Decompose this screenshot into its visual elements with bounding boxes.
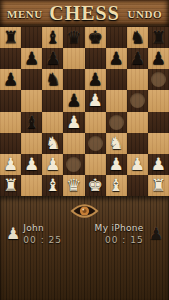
- white-knight-c3: ♞: [42, 133, 63, 154]
- square-b6[interactable]: [21, 69, 42, 90]
- player-white-name: John: [23, 223, 62, 233]
- black-bishop-c8: ♝: [42, 27, 63, 48]
- square-d1[interactable]: ♛: [63, 175, 84, 196]
- black-pawn-f7: ♟: [106, 48, 127, 69]
- square-g2[interactable]: ♟: [127, 154, 148, 175]
- black-pawn-b7: ♟: [21, 48, 42, 69]
- white-pawn-f2: ♟: [106, 154, 127, 175]
- white-bishop-f1: ♝: [106, 175, 127, 196]
- square-h8[interactable]: ♜: [148, 27, 169, 48]
- square-f8[interactable]: [106, 27, 127, 48]
- square-c6[interactable]: ♞: [42, 69, 63, 90]
- black-king-e8: ♚: [85, 27, 106, 48]
- square-e1[interactable]: ♚: [85, 175, 106, 196]
- black-pawn-d5: ♟: [63, 90, 84, 111]
- move-hint-dot[interactable]: [109, 115, 124, 130]
- black-pawn-a6: ♟: [0, 69, 21, 90]
- white-rook-a1: ♜: [0, 175, 21, 196]
- top-bar: MENU CHESS UNDO: [0, 0, 169, 27]
- square-d3[interactable]: [63, 133, 84, 154]
- square-a5[interactable]: [0, 90, 21, 111]
- square-d4[interactable]: ♟: [63, 112, 84, 133]
- players-row: ♟ John 00 : 25 My iPhone 00 : 15 ♟: [0, 220, 169, 245]
- square-e4[interactable]: [85, 112, 106, 133]
- square-g8[interactable]: ♞: [127, 27, 148, 48]
- square-g6[interactable]: [127, 69, 148, 90]
- square-g1[interactable]: [127, 175, 148, 196]
- black-rook-h8: ♜: [148, 27, 169, 48]
- move-hint-dot[interactable]: [130, 93, 145, 108]
- player-white-clock: 00 : 25: [23, 235, 62, 245]
- square-b2[interactable]: ♟: [21, 154, 42, 175]
- eye-row: [0, 196, 169, 220]
- square-c3[interactable]: ♞: [42, 133, 63, 154]
- square-h7[interactable]: ♟: [148, 48, 169, 69]
- white-pawn-h2: ♟: [148, 154, 169, 175]
- menu-button[interactable]: MENU: [0, 8, 50, 20]
- square-a7[interactable]: [0, 48, 21, 69]
- square-c8[interactable]: ♝: [42, 27, 63, 48]
- square-d6[interactable]: [63, 69, 84, 90]
- square-c4[interactable]: [42, 112, 63, 133]
- square-e3[interactable]: [85, 133, 106, 154]
- square-g4[interactable]: [127, 112, 148, 133]
- black-knight-g8: ♞: [127, 27, 148, 48]
- black-pawn-icon: ♟: [149, 225, 163, 243]
- square-b5[interactable]: [21, 90, 42, 111]
- move-hint-dot[interactable]: [88, 136, 103, 151]
- square-e8[interactable]: ♚: [85, 27, 106, 48]
- undo-button[interactable]: UNDO: [121, 8, 169, 20]
- square-g5[interactable]: [127, 90, 148, 111]
- square-f3[interactable]: ♞: [106, 133, 127, 154]
- white-pawn-b2: ♟: [21, 154, 42, 175]
- square-f6[interactable]: [106, 69, 127, 90]
- move-hint-dot[interactable]: [66, 157, 81, 172]
- white-king-e1: ♚: [85, 175, 106, 196]
- square-b4[interactable]: ♝: [21, 112, 42, 133]
- white-pawn-icon: ♟: [6, 225, 20, 243]
- chess-app: MENU CHESS UNDO ♜♝♛♚♞♜♟♟♟♟♟♟♞♟♟♟♝♟♞♞♟♟♟♟…: [0, 0, 169, 300]
- square-e2[interactable]: [85, 154, 106, 175]
- black-pawn-c7: ♟: [42, 48, 63, 69]
- square-f2[interactable]: ♟: [106, 154, 127, 175]
- square-f7[interactable]: ♟: [106, 48, 127, 69]
- square-d2[interactable]: [63, 154, 84, 175]
- square-c2[interactable]: ♟: [42, 154, 63, 175]
- square-h3[interactable]: [148, 133, 169, 154]
- square-a4[interactable]: [0, 112, 21, 133]
- square-c7[interactable]: ♟: [42, 48, 63, 69]
- square-b3[interactable]: [21, 133, 42, 154]
- square-b7[interactable]: ♟: [21, 48, 42, 69]
- square-f5[interactable]: [106, 90, 127, 111]
- black-pawn-e6: ♟: [85, 69, 106, 90]
- square-b1[interactable]: [21, 175, 42, 196]
- square-f4[interactable]: [106, 112, 127, 133]
- black-pawn-g7: ♟: [127, 48, 148, 69]
- square-h4[interactable]: [148, 112, 169, 133]
- black-bishop-b4: ♝: [21, 112, 42, 133]
- square-d5[interactable]: ♟: [63, 90, 84, 111]
- square-e7[interactable]: [85, 48, 106, 69]
- white-pawn-d4: ♟: [63, 112, 84, 133]
- white-queen-d1: ♛: [63, 175, 84, 196]
- eye-button[interactable]: [70, 202, 99, 220]
- white-knight-f3: ♞: [106, 133, 127, 154]
- square-h2[interactable]: ♟: [148, 154, 169, 175]
- square-a2[interactable]: ♟: [0, 154, 21, 175]
- square-g7[interactable]: ♟: [127, 48, 148, 69]
- square-h6[interactable]: [148, 69, 169, 90]
- white-rook-h1: ♜: [148, 175, 169, 196]
- bottom-panel: ♟ John 00 : 25 My iPhone 00 : 15 ♟: [0, 196, 169, 300]
- square-a3[interactable]: [0, 133, 21, 154]
- player-black-clock: 00 : 15: [105, 235, 144, 245]
- square-g3[interactable]: [127, 133, 148, 154]
- black-queen-d8: ♛: [63, 27, 84, 48]
- chess-board[interactable]: ♜♝♛♚♞♜♟♟♟♟♟♟♞♟♟♟♝♟♞♞♟♟♟♟♟♟♜♝♛♚♝♜: [0, 27, 169, 196]
- square-c5[interactable]: [42, 90, 63, 111]
- white-pawn-a2: ♟: [0, 154, 21, 175]
- player-black: My iPhone 00 : 15 ♟: [95, 223, 163, 245]
- black-rook-a8: ♜: [0, 27, 21, 48]
- square-a6[interactable]: ♟: [0, 69, 21, 90]
- square-d7[interactable]: [63, 48, 84, 69]
- player-white: ♟ John 00 : 25: [6, 223, 62, 245]
- white-bishop-c1: ♝: [42, 175, 63, 196]
- square-b8[interactable]: [21, 27, 42, 48]
- square-e6[interactable]: ♟: [85, 69, 106, 90]
- square-d8[interactable]: ♛: [63, 27, 84, 48]
- player-black-name: My iPhone: [95, 223, 144, 233]
- square-h5[interactable]: [148, 90, 169, 111]
- square-h1[interactable]: ♜: [148, 175, 169, 196]
- square-a1[interactable]: ♜: [0, 175, 21, 196]
- square-a8[interactable]: ♜: [0, 27, 21, 48]
- move-hint-dot[interactable]: [151, 72, 166, 87]
- square-f1[interactable]: ♝: [106, 175, 127, 196]
- white-pawn-c2: ♟: [42, 154, 63, 175]
- white-pawn-e5: ♟: [85, 90, 106, 111]
- black-knight-c6: ♞: [42, 69, 63, 90]
- white-pawn-g2: ♟: [127, 154, 148, 175]
- square-e5[interactable]: ♟: [85, 90, 106, 111]
- black-pawn-h7: ♟: [148, 48, 169, 69]
- eye-icon: [70, 202, 99, 220]
- square-c1[interactable]: ♝: [42, 175, 63, 196]
